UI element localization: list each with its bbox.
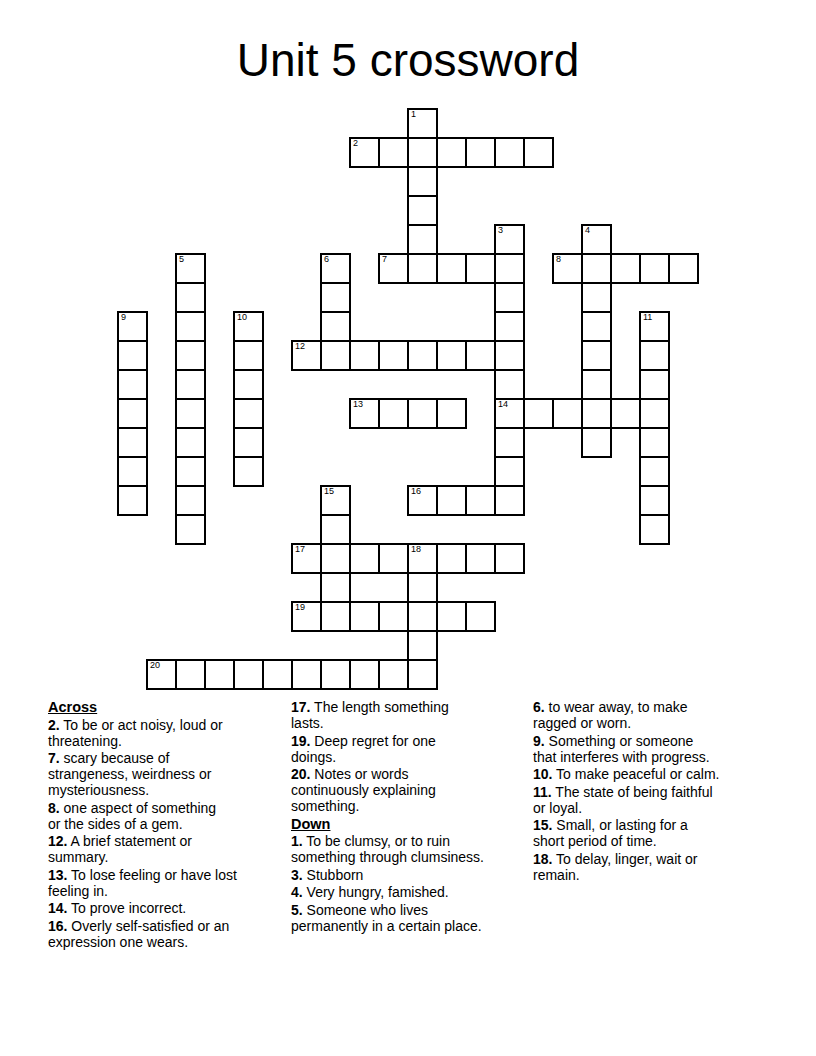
clue-text: scary because of strangeness, weirdness … (48, 750, 211, 798)
clue-across-19: 19. Deep regret for one doings. (291, 733, 531, 765)
clue-number-label: 12. (48, 833, 67, 849)
clue-across-7: 7. scary because of strangeness, weirdne… (48, 750, 288, 798)
cell-r10c4[interactable] (233, 398, 264, 429)
cell-number-2: 2 (353, 138, 358, 149)
cell-r10c11[interactable] (436, 398, 467, 429)
cell-r14c18[interactable] (639, 514, 670, 545)
cell-number-13: 13 (353, 399, 363, 410)
cell-number-3: 3 (498, 225, 503, 236)
cell-r15c10[interactable]: 18 (407, 543, 438, 574)
cell-r8c4[interactable] (233, 340, 264, 371)
clue-text: Small, or lasting for a short period of … (533, 817, 688, 849)
clue-down-3: 3. Stubborn (291, 867, 531, 883)
clue-down-11: 11. The state of being faithful or loyal… (533, 784, 773, 816)
clue-number-label: 14. (48, 900, 67, 916)
cell-r8c13[interactable] (494, 340, 525, 371)
clue-text: Deep regret for one doings. (291, 733, 436, 765)
clue-column-3: 6. to wear away, to make ragged or worn.… (533, 699, 773, 884)
cell-number-10: 10 (237, 312, 247, 323)
cell-number-17: 17 (295, 544, 305, 555)
cell-r8c7[interactable] (320, 340, 351, 371)
cell-r9c2[interactable] (175, 369, 206, 400)
cell-r13c7[interactable]: 15 (320, 485, 351, 516)
cell-r7c4[interactable]: 10 (233, 311, 264, 342)
cell-r5c17[interactable] (610, 253, 641, 284)
cell-r6c13[interactable] (494, 282, 525, 313)
cell-r10c8[interactable]: 13 (349, 398, 380, 429)
cell-r8c0[interactable] (117, 340, 148, 371)
cell-number-1: 1 (411, 109, 416, 120)
clue-number-label: 13. (48, 867, 67, 883)
cell-r8c10[interactable] (407, 340, 438, 371)
cell-r13c12[interactable] (465, 485, 496, 516)
clue-text: The length something lasts. (291, 699, 449, 731)
clue-text: Stubborn (303, 867, 364, 883)
clue-number-label: 6. (533, 699, 545, 715)
cell-r18c10[interactable] (407, 630, 438, 661)
cell-r7c16[interactable] (581, 311, 612, 342)
cell-r8c12[interactable] (465, 340, 496, 371)
clue-text: To prove incorrect. (67, 900, 186, 916)
cell-number-16: 16 (411, 486, 421, 497)
clue-down-1: 1. To be clumsy, or to ruin something th… (291, 833, 531, 865)
cell-r9c13[interactable] (494, 369, 525, 400)
cell-r7c13[interactable] (494, 311, 525, 342)
clue-number-label: 5. (291, 902, 303, 918)
cell-r13c13[interactable] (494, 485, 525, 516)
cell-r12c18[interactable] (639, 456, 670, 487)
cell-r17c6[interactable]: 19 (291, 601, 322, 632)
cell-number-15: 15 (324, 486, 334, 497)
cell-r8c18[interactable] (639, 340, 670, 371)
cell-r13c0[interactable] (117, 485, 148, 516)
cell-r12c0[interactable] (117, 456, 148, 487)
clue-number-label: 3. (291, 867, 303, 883)
cell-number-11: 11 (643, 312, 652, 323)
cell-r19c2[interactable] (175, 659, 206, 690)
clue-number-label: 8. (48, 800, 60, 816)
cell-number-20: 20 (150, 660, 160, 671)
cell-r12c2[interactable] (175, 456, 206, 487)
crossword-page: Unit 5 crossword 12345678910111213141516… (0, 0, 816, 1056)
clue-column-1: Across2. To be or act noisy, loud or thr… (48, 699, 288, 951)
cell-r19c10[interactable] (407, 659, 438, 690)
clue-down-18: 18. To delay, linger, wait or remain. (533, 851, 773, 883)
down-header: Down (291, 816, 531, 832)
cell-r5c18[interactable] (639, 253, 670, 284)
clue-number-label: 2. (48, 717, 60, 733)
cell-r5c7[interactable]: 6 (320, 253, 351, 284)
cell-r16c10[interactable] (407, 572, 438, 603)
cell-r13c18[interactable] (639, 485, 670, 516)
cell-number-18: 18 (411, 544, 421, 555)
cell-r17c9[interactable] (378, 601, 409, 632)
clue-number-label: 11. (533, 784, 552, 800)
cell-r14c7[interactable] (320, 514, 351, 545)
cell-r1c11[interactable] (436, 137, 467, 168)
cell-r0c10[interactable]: 1 (407, 108, 438, 139)
cell-r17c7[interactable] (320, 601, 351, 632)
cell-r10c14[interactable] (523, 398, 554, 429)
cell-r7c7[interactable] (320, 311, 351, 342)
cell-r15c6[interactable]: 17 (291, 543, 322, 574)
cell-number-6: 6 (324, 254, 329, 265)
cell-r5c15[interactable]: 8 (552, 253, 583, 284)
clue-down-5: 5. Someone who lives permanently in a ce… (291, 902, 531, 934)
cell-r13c10[interactable]: 16 (407, 485, 438, 516)
cell-r5c12[interactable] (465, 253, 496, 284)
cell-r12c13[interactable] (494, 456, 525, 487)
cell-number-19: 19 (295, 602, 305, 613)
clue-across-16: 16. Overly self-satisfied or an expressi… (48, 918, 288, 950)
cell-r7c0[interactable]: 9 (117, 311, 148, 342)
cell-r5c16[interactable] (581, 253, 612, 284)
clue-number-label: 15. (533, 817, 552, 833)
cell-r19c1[interactable]: 20 (146, 659, 177, 690)
cell-r2c10[interactable] (407, 166, 438, 197)
cell-r13c11[interactable] (436, 485, 467, 516)
cell-r19c9[interactable] (378, 659, 409, 690)
cell-r17c10[interactable] (407, 601, 438, 632)
cell-r19c6[interactable] (291, 659, 322, 690)
cell-number-12: 12 (295, 341, 305, 352)
clue-across-17: 17. The length something lasts. (291, 699, 531, 731)
cell-r15c9[interactable] (378, 543, 409, 574)
clue-text: Very hungry, famished. (303, 884, 449, 900)
cell-r10c17[interactable] (610, 398, 641, 429)
cell-r14c2[interactable] (175, 514, 206, 545)
cell-r11c18[interactable] (639, 427, 670, 458)
cell-r1c12[interactable] (465, 137, 496, 168)
cell-r6c16[interactable] (581, 282, 612, 313)
cell-r10c0[interactable] (117, 398, 148, 429)
across-header: Across (48, 699, 288, 715)
clue-text: A brief statement or summary. (48, 833, 192, 865)
cell-r12c4[interactable] (233, 456, 264, 487)
cell-r4c16[interactable]: 4 (581, 224, 612, 255)
cell-r8c11[interactable] (436, 340, 467, 371)
cell-number-5: 5 (179, 254, 184, 265)
cell-r5c2[interactable]: 5 (175, 253, 206, 284)
cell-r7c18[interactable]: 11 (639, 311, 670, 342)
clue-down-6: 6. to wear away, to make ragged or worn. (533, 699, 773, 731)
clue-column-2: 17. The length something lasts.19. Deep … (291, 699, 531, 935)
cell-r16c7[interactable] (320, 572, 351, 603)
cell-r17c11[interactable] (436, 601, 467, 632)
cell-r8c8[interactable] (349, 340, 380, 371)
clue-number-label: 9. (533, 733, 545, 749)
cell-r10c16[interactable] (581, 398, 612, 429)
clue-number-label: 17. (291, 699, 310, 715)
cell-r11c13[interactable] (494, 427, 525, 458)
cell-r10c9[interactable] (378, 398, 409, 429)
cell-r6c7[interactable] (320, 282, 351, 313)
clue-number-label: 18. (533, 851, 552, 867)
clue-number-label: 16. (48, 918, 67, 934)
clue-across-14: 14. To prove incorrect. (48, 900, 288, 916)
clue-across-8: 8. one aspect of something or the sides … (48, 800, 288, 832)
cell-r8c9[interactable] (378, 340, 409, 371)
cell-r15c12[interactable] (465, 543, 496, 574)
cell-r19c8[interactable] (349, 659, 380, 690)
cell-r15c7[interactable] (320, 543, 351, 574)
cell-r9c0[interactable] (117, 369, 148, 400)
crossword-board: 1234567891011121314151617181920 (118, 109, 698, 689)
cell-r11c4[interactable] (233, 427, 264, 458)
clue-down-4: 4. Very hungry, famished. (291, 884, 531, 900)
cell-r3c10[interactable] (407, 195, 438, 226)
cell-r1c10[interactable] (407, 137, 438, 168)
clue-text: Something or someone that interferes wit… (533, 733, 710, 765)
clue-text: To make peaceful or calm. (552, 766, 719, 782)
clue-text: Notes or words continuously explaining s… (291, 766, 436, 814)
cell-r19c7[interactable] (320, 659, 351, 690)
cell-r17c12[interactable] (465, 601, 496, 632)
clue-down-9: 9. Something or someone that interferes … (533, 733, 773, 765)
cell-r10c15[interactable] (552, 398, 583, 429)
cell-r19c4[interactable] (233, 659, 264, 690)
cell-r15c11[interactable] (436, 543, 467, 574)
cell-r6c2[interactable] (175, 282, 206, 313)
clue-text: one aspect of something or the sides of … (48, 800, 216, 832)
clue-number-label: 7. (48, 750, 60, 766)
cell-number-4: 4 (585, 225, 590, 236)
clue-text: To delay, linger, wait or remain. (533, 851, 697, 883)
cell-r9c18[interactable] (639, 369, 670, 400)
cell-r5c11[interactable] (436, 253, 467, 284)
clue-text: Overly self-satisfied or an expression o… (48, 918, 229, 950)
cell-r1c13[interactable] (494, 137, 525, 168)
clue-text: To be clumsy, or to ruin something throu… (291, 833, 484, 865)
cell-r10c2[interactable] (175, 398, 206, 429)
clue-number-label: 19. (291, 733, 310, 749)
clue-text: To be or act noisy, loud or threatening. (48, 717, 223, 749)
clue-text: The state of being faithful or loyal. (533, 784, 713, 816)
clue-across-20: 20. Notes or words continuously explaini… (291, 766, 531, 814)
cell-number-7: 7 (382, 254, 387, 265)
cell-r1c8[interactable]: 2 (349, 137, 380, 168)
cell-r10c13[interactable]: 14 (494, 398, 525, 429)
cell-number-8: 8 (556, 254, 561, 265)
cell-r11c0[interactable] (117, 427, 148, 458)
puzzle-title: Unit 5 crossword (0, 33, 816, 87)
cell-r1c14[interactable] (523, 137, 554, 168)
clue-text: To lose feeling or have lost feeling in. (48, 867, 237, 899)
cell-r15c8[interactable] (349, 543, 380, 574)
cell-r8c2[interactable] (175, 340, 206, 371)
cell-number-14: 14 (498, 399, 508, 410)
clue-number-label: 1. (291, 833, 303, 849)
clue-number-label: 20. (291, 766, 310, 782)
cell-r1c9[interactable] (378, 137, 409, 168)
cell-r5c10[interactable] (407, 253, 438, 284)
clue-across-12: 12. A brief statement or summary. (48, 833, 288, 865)
cell-r19c3[interactable] (204, 659, 235, 690)
cell-r10c18[interactable] (639, 398, 670, 429)
cell-r11c16[interactable] (581, 427, 612, 458)
cell-r13c2[interactable] (175, 485, 206, 516)
cell-r4c13[interactable]: 3 (494, 224, 525, 255)
cell-r10c10[interactable] (407, 398, 438, 429)
clue-text: Someone who lives permanently in a certa… (291, 902, 482, 934)
clue-text: to wear away, to make ragged or worn. (533, 699, 688, 731)
cell-r4c10[interactable] (407, 224, 438, 255)
clue-number-label: 10. (533, 766, 552, 782)
cell-r7c2[interactable] (175, 311, 206, 342)
cell-r8c6[interactable]: 12 (291, 340, 322, 371)
cell-r5c13[interactable] (494, 253, 525, 284)
clue-across-2: 2. To be or act noisy, loud or threateni… (48, 717, 288, 749)
cell-r19c5[interactable] (262, 659, 293, 690)
cell-r9c16[interactable] (581, 369, 612, 400)
cell-r8c16[interactable] (581, 340, 612, 371)
cell-r9c4[interactable] (233, 369, 264, 400)
clue-down-15: 15. Small, or lasting for a short period… (533, 817, 773, 849)
cell-r17c8[interactable] (349, 601, 380, 632)
cell-r15c13[interactable] (494, 543, 525, 574)
cell-r5c9[interactable]: 7 (378, 253, 409, 284)
clue-down-10: 10. To make peaceful or calm. (533, 766, 773, 782)
cell-r5c19[interactable] (668, 253, 699, 284)
cell-r11c2[interactable] (175, 427, 206, 458)
clue-number-label: 4. (291, 884, 303, 900)
cell-number-9: 9 (121, 312, 126, 323)
clue-across-13: 13. To lose feeling or have lost feeling… (48, 867, 288, 899)
